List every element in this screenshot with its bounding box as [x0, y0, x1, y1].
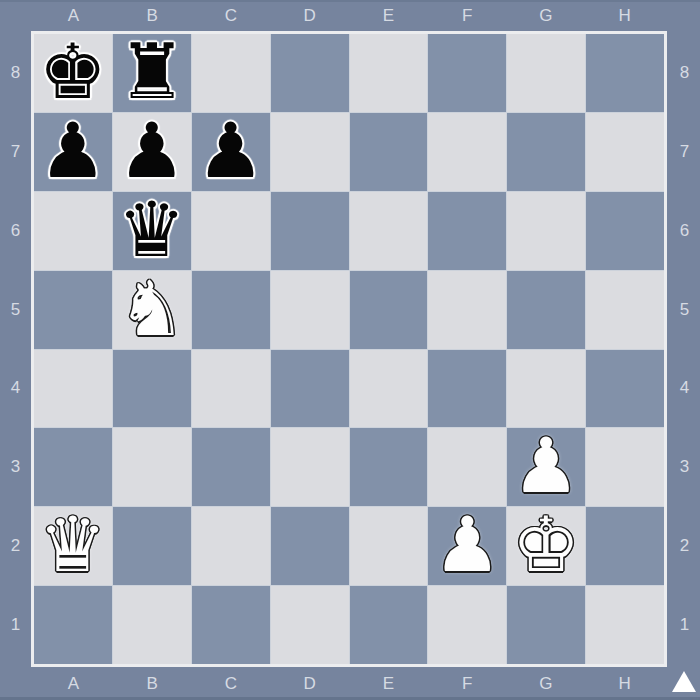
square-a2[interactable]: ♛ [34, 507, 112, 585]
square-g2[interactable]: ♚ [507, 507, 585, 585]
rank-label: 7 [669, 113, 700, 192]
rank-label: 1 [669, 585, 700, 664]
file-label: E [349, 0, 428, 31]
square-c7[interactable]: ♟ [192, 113, 270, 191]
square-b2[interactable] [113, 507, 191, 585]
file-label: D [270, 667, 349, 700]
rank-label: 8 [0, 34, 31, 113]
white-queen-a2[interactable]: ♛ [39, 507, 107, 583]
square-h4[interactable] [586, 350, 664, 428]
rank-label: 4 [669, 349, 700, 428]
file-label: A [34, 667, 113, 700]
rank-labels-left: 87654321 [0, 31, 31, 667]
black-rook-b8[interactable]: ♜ [118, 34, 186, 110]
square-h5[interactable] [586, 271, 664, 349]
square-d2[interactable] [271, 507, 349, 585]
square-a8[interactable]: ♚ [34, 34, 112, 112]
square-h7[interactable] [586, 113, 664, 191]
file-label: H [585, 667, 664, 700]
black-pawn-b7[interactable]: ♟ [118, 113, 186, 189]
square-b3[interactable] [113, 428, 191, 506]
square-h8[interactable] [586, 34, 664, 112]
rank-label: 3 [0, 428, 31, 507]
square-g5[interactable] [507, 271, 585, 349]
square-f7[interactable] [428, 113, 506, 191]
white-to-move-triangle-icon [672, 671, 696, 692]
square-f2[interactable]: ♟ [428, 507, 506, 585]
rank-label: 5 [0, 270, 31, 349]
square-d1[interactable] [271, 586, 349, 664]
square-f6[interactable] [428, 192, 506, 270]
square-g7[interactable] [507, 113, 585, 191]
square-g8[interactable] [507, 34, 585, 112]
square-g3[interactable]: ♟ [507, 428, 585, 506]
square-g1[interactable] [507, 586, 585, 664]
square-c5[interactable] [192, 271, 270, 349]
square-f5[interactable] [428, 271, 506, 349]
square-d4[interactable] [271, 350, 349, 428]
square-f8[interactable] [428, 34, 506, 112]
rank-label: 2 [669, 507, 700, 586]
rank-label: 6 [669, 192, 700, 271]
black-king-a8[interactable]: ♚ [39, 34, 107, 110]
file-label: F [428, 0, 507, 31]
square-e5[interactable] [350, 271, 428, 349]
file-label: H [585, 0, 664, 31]
square-e7[interactable] [350, 113, 428, 191]
square-b1[interactable] [113, 586, 191, 664]
square-f3[interactable] [428, 428, 506, 506]
square-f1[interactable] [428, 586, 506, 664]
rank-label: 3 [669, 428, 700, 507]
square-g6[interactable] [507, 192, 585, 270]
file-label: D [270, 0, 349, 31]
square-d8[interactable] [271, 34, 349, 112]
white-pawn-g3[interactable]: ♟ [512, 428, 580, 504]
square-c3[interactable] [192, 428, 270, 506]
rank-labels-right: 87654321 [669, 31, 700, 667]
square-h1[interactable] [586, 586, 664, 664]
rank-label: 6 [0, 192, 31, 271]
square-e3[interactable] [350, 428, 428, 506]
black-queen-b6[interactable]: ♛ [118, 192, 186, 268]
square-b6[interactable]: ♛ [113, 192, 191, 270]
file-label: B [113, 667, 192, 700]
square-c6[interactable] [192, 192, 270, 270]
square-b8[interactable]: ♜ [113, 34, 191, 112]
square-b4[interactable] [113, 350, 191, 428]
square-e8[interactable] [350, 34, 428, 112]
square-c4[interactable] [192, 350, 270, 428]
square-e1[interactable] [350, 586, 428, 664]
square-a1[interactable] [34, 586, 112, 664]
board-border: ♚♜♟♟♟♛♞♟♛♟♚ [31, 31, 667, 667]
square-d7[interactable] [271, 113, 349, 191]
black-pawn-a7[interactable]: ♟ [39, 113, 107, 189]
square-h2[interactable] [586, 507, 664, 585]
square-c8[interactable] [192, 34, 270, 112]
square-d3[interactable] [271, 428, 349, 506]
square-a3[interactable] [34, 428, 112, 506]
square-a7[interactable]: ♟ [34, 113, 112, 191]
square-d5[interactable] [271, 271, 349, 349]
square-g4[interactable] [507, 350, 585, 428]
square-f4[interactable] [428, 350, 506, 428]
white-king-g2[interactable]: ♚ [512, 507, 580, 583]
square-e6[interactable] [350, 192, 428, 270]
square-e4[interactable] [350, 350, 428, 428]
white-knight-b5[interactable]: ♞ [118, 271, 186, 347]
square-b7[interactable]: ♟ [113, 113, 191, 191]
rank-label: 2 [0, 507, 31, 586]
white-pawn-f2[interactable]: ♟ [433, 507, 501, 583]
file-label: C [192, 0, 271, 31]
rank-label: 4 [0, 349, 31, 428]
file-label: G [507, 0, 586, 31]
rank-label: 1 [0, 585, 31, 664]
rank-label: 5 [669, 270, 700, 349]
file-labels-bottom: ABCDEFGH [31, 667, 667, 700]
square-a6[interactable] [34, 192, 112, 270]
square-a4[interactable] [34, 350, 112, 428]
board: ♚♜♟♟♟♛♞♟♛♟♚ [34, 34, 664, 664]
file-label: C [192, 667, 271, 700]
file-label: G [507, 667, 586, 700]
square-h3[interactable] [586, 428, 664, 506]
square-a5[interactable] [34, 271, 112, 349]
file-label: F [428, 667, 507, 700]
black-pawn-c7[interactable]: ♟ [197, 113, 265, 189]
square-c2[interactable] [192, 507, 270, 585]
square-d6[interactable] [271, 192, 349, 270]
square-c1[interactable] [192, 586, 270, 664]
file-label: E [349, 667, 428, 700]
rank-label: 8 [669, 34, 700, 113]
square-b5[interactable]: ♞ [113, 271, 191, 349]
square-e2[interactable] [350, 507, 428, 585]
chessboard-frame: ABCDEFGH ABCDEFGH 87654321 87654321 ♚♜♟♟… [0, 0, 700, 700]
rank-label: 7 [0, 113, 31, 192]
square-h6[interactable] [586, 192, 664, 270]
